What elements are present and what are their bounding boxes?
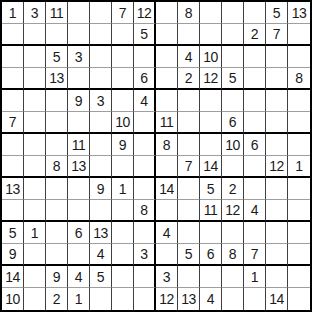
- cell-r14c6[interactable]: [112, 288, 134, 310]
- cell-r9c5[interactable]: 9: [90, 178, 112, 200]
- cell-r6c8[interactable]: 11: [156, 112, 178, 134]
- cell-r9c1[interactable]: 13: [2, 178, 24, 200]
- cell-r3c13[interactable]: [266, 46, 288, 68]
- cell-r2c3[interactable]: [46, 24, 68, 46]
- cell-r11c9[interactable]: [178, 222, 200, 244]
- cell-r9c2[interactable]: [24, 178, 46, 200]
- cell-r8c12[interactable]: [244, 156, 266, 178]
- cell-r10c10[interactable]: 11: [200, 200, 222, 222]
- cell-r7c2[interactable]: [24, 134, 46, 156]
- cell-r13c7[interactable]: [134, 266, 156, 288]
- cell-r1c9[interactable]: 8: [178, 2, 200, 24]
- cell-r1c10[interactable]: [200, 2, 222, 24]
- cell-r2c12[interactable]: 2: [244, 24, 266, 46]
- cell-r12c5[interactable]: 4: [90, 244, 112, 266]
- cell-r3c7[interactable]: [134, 46, 156, 68]
- cell-r5c10[interactable]: [200, 90, 222, 112]
- cell-r6c1[interactable]: 7: [2, 112, 24, 134]
- cell-r9c8[interactable]: 14: [156, 178, 178, 200]
- cell-r14c10[interactable]: 4: [200, 288, 222, 310]
- cell-r8c3[interactable]: 8: [46, 156, 68, 178]
- cell-r11c6[interactable]: [112, 222, 134, 244]
- cell-r6c9[interactable]: [178, 112, 200, 134]
- cell-r3c4[interactable]: 3: [68, 46, 90, 68]
- cell-r11c13[interactable]: [266, 222, 288, 244]
- cell-r10c1[interactable]: [2, 200, 24, 222]
- cell-r12c3[interactable]: [46, 244, 68, 266]
- cell-r8c13[interactable]: 12: [266, 156, 288, 178]
- cell-r6c6[interactable]: 10: [112, 112, 134, 134]
- cell-r14c2[interactable]: [24, 288, 46, 310]
- cell-r6c10[interactable]: [200, 112, 222, 134]
- cell-r13c11[interactable]: [222, 266, 244, 288]
- cell-r1c13[interactable]: 5: [266, 2, 288, 24]
- cell-r12c4[interactable]: [68, 244, 90, 266]
- cell-r6c11[interactable]: 6: [222, 112, 244, 134]
- cell-r10c6[interactable]: [112, 200, 134, 222]
- cell-r9c14[interactable]: [288, 178, 310, 200]
- cell-r4c8[interactable]: [156, 68, 178, 90]
- cell-r13c4[interactable]: 4: [68, 266, 90, 288]
- cell-r8c7[interactable]: [134, 156, 156, 178]
- cell-r8c2[interactable]: [24, 156, 46, 178]
- cell-r7c4[interactable]: 11: [68, 134, 90, 156]
- cell-r10c5[interactable]: [90, 200, 112, 222]
- cell-r10c3[interactable]: [46, 200, 68, 222]
- cell-r3c3[interactable]: 5: [46, 46, 68, 68]
- cell-r10c11[interactable]: 12: [222, 200, 244, 222]
- cell-r11c12[interactable]: [244, 222, 266, 244]
- cell-r5c5[interactable]: 3: [90, 90, 112, 112]
- cell-r2c7[interactable]: 5: [134, 24, 156, 46]
- cell-r3c9[interactable]: 4: [178, 46, 200, 68]
- cell-r14c12[interactable]: [244, 288, 266, 310]
- cell-r12c12[interactable]: 7: [244, 244, 266, 266]
- cell-r7c11[interactable]: 10: [222, 134, 244, 156]
- cell-r5c11[interactable]: [222, 90, 244, 112]
- cell-r6c3[interactable]: [46, 112, 68, 134]
- cell-r3c14[interactable]: [288, 46, 310, 68]
- cell-r1c14[interactable]: 13: [288, 2, 310, 24]
- cell-r9c10[interactable]: 5: [200, 178, 222, 200]
- cell-r9c7[interactable]: [134, 178, 156, 200]
- cell-r8c10[interactable]: 14: [200, 156, 222, 178]
- cell-r5c8[interactable]: [156, 90, 178, 112]
- cell-r12c2[interactable]: [24, 244, 46, 266]
- sudoku-board: 1311712851352753410136212589347101161198…: [0, 0, 312, 312]
- cell-r2c11[interactable]: [222, 24, 244, 46]
- cell-r7c5[interactable]: [90, 134, 112, 156]
- cell-r9c3[interactable]: [46, 178, 68, 200]
- cell-r7c3[interactable]: [46, 134, 68, 156]
- cell-r14c7[interactable]: [134, 288, 156, 310]
- cell-r2c5[interactable]: [90, 24, 112, 46]
- cell-r3c6[interactable]: [112, 46, 134, 68]
- cell-r11c7[interactable]: [134, 222, 156, 244]
- cell-r11c8[interactable]: 4: [156, 222, 178, 244]
- cell-r2c1[interactable]: [2, 24, 24, 46]
- cell-r11c10[interactable]: [200, 222, 222, 244]
- cell-r6c12[interactable]: [244, 112, 266, 134]
- cell-r10c4[interactable]: [68, 200, 90, 222]
- cell-r8c14[interactable]: 1: [288, 156, 310, 178]
- cell-r13c5[interactable]: 5: [90, 266, 112, 288]
- cell-r13c9[interactable]: [178, 266, 200, 288]
- cell-r6c5[interactable]: [90, 112, 112, 134]
- cell-r1c12[interactable]: [244, 2, 266, 24]
- cell-r2c8[interactable]: [156, 24, 178, 46]
- cell-r5c14[interactable]: [288, 90, 310, 112]
- cell-r8c11[interactable]: [222, 156, 244, 178]
- cell-r13c10[interactable]: [200, 266, 222, 288]
- cell-r13c13[interactable]: [266, 266, 288, 288]
- cell-r1c4[interactable]: [68, 2, 90, 24]
- cell-r10c2[interactable]: [24, 200, 46, 222]
- cell-r10c8[interactable]: [156, 200, 178, 222]
- cell-r4c6[interactable]: [112, 68, 134, 90]
- cell-r7c6[interactable]: 9: [112, 134, 134, 156]
- cell-r8c9[interactable]: 7: [178, 156, 200, 178]
- cell-r9c6[interactable]: 1: [112, 178, 134, 200]
- cell-r3c12[interactable]: [244, 46, 266, 68]
- cell-r7c8[interactable]: 8: [156, 134, 178, 156]
- cell-r5c3[interactable]: [46, 90, 68, 112]
- cell-r14c9[interactable]: 13: [178, 288, 200, 310]
- cell-r12c14[interactable]: [288, 244, 310, 266]
- cell-r4c4[interactable]: [68, 68, 90, 90]
- cell-r1c8[interactable]: [156, 2, 178, 24]
- cell-r13c6[interactable]: [112, 266, 134, 288]
- cell-r5c4[interactable]: 9: [68, 90, 90, 112]
- cell-r4c10[interactable]: 12: [200, 68, 222, 90]
- cell-r12c7[interactable]: 3: [134, 244, 156, 266]
- cell-r7c10[interactable]: [200, 134, 222, 156]
- cell-r14c11[interactable]: [222, 288, 244, 310]
- cell-r9c4[interactable]: [68, 178, 90, 200]
- cell-r3c5[interactable]: [90, 46, 112, 68]
- cell-r8c5[interactable]: [90, 156, 112, 178]
- cell-r4c3[interactable]: 13: [46, 68, 68, 90]
- cell-r10c7[interactable]: 8: [134, 200, 156, 222]
- cell-r7c9[interactable]: [178, 134, 200, 156]
- cell-r1c5[interactable]: [90, 2, 112, 24]
- cell-r8c4[interactable]: 13: [68, 156, 90, 178]
- cell-r9c12[interactable]: [244, 178, 266, 200]
- cell-r11c2[interactable]: 1: [24, 222, 46, 244]
- cell-r1c7[interactable]: 12: [134, 2, 156, 24]
- cell-r4c2[interactable]: [24, 68, 46, 90]
- cell-r11c5[interactable]: 13: [90, 222, 112, 244]
- cell-r11c11[interactable]: [222, 222, 244, 244]
- cell-r13c2[interactable]: [24, 266, 46, 288]
- cell-r5c7[interactable]: 4: [134, 90, 156, 112]
- cell-r7c13[interactable]: [266, 134, 288, 156]
- cell-r13c14[interactable]: [288, 266, 310, 288]
- cell-r4c14[interactable]: 8: [288, 68, 310, 90]
- cell-r1c6[interactable]: 7: [112, 2, 134, 24]
- cell-r10c14[interactable]: [288, 200, 310, 222]
- cell-r2c10[interactable]: [200, 24, 222, 46]
- cell-r4c5[interactable]: [90, 68, 112, 90]
- cell-r7c1[interactable]: [2, 134, 24, 156]
- cell-r2c4[interactable]: [68, 24, 90, 46]
- cell-r2c13[interactable]: 7: [266, 24, 288, 46]
- cell-r14c8[interactable]: 12: [156, 288, 178, 310]
- cell-r11c4[interactable]: 6: [68, 222, 90, 244]
- cell-r2c14[interactable]: [288, 24, 310, 46]
- cell-r14c1[interactable]: 10: [2, 288, 24, 310]
- cell-r9c13[interactable]: [266, 178, 288, 200]
- cell-r2c6[interactable]: [112, 24, 134, 46]
- cell-r9c11[interactable]: 2: [222, 178, 244, 200]
- cell-r5c12[interactable]: [244, 90, 266, 112]
- cell-r3c2[interactable]: [24, 46, 46, 68]
- cell-r6c14[interactable]: [288, 112, 310, 134]
- cell-r13c12[interactable]: 1: [244, 266, 266, 288]
- cell-r4c13[interactable]: [266, 68, 288, 90]
- cell-r12c13[interactable]: [266, 244, 288, 266]
- cell-r3c11[interactable]: [222, 46, 244, 68]
- cell-r13c1[interactable]: 14: [2, 266, 24, 288]
- cell-r4c9[interactable]: 2: [178, 68, 200, 90]
- cell-r1c2[interactable]: 3: [24, 2, 46, 24]
- cell-r7c12[interactable]: 6: [244, 134, 266, 156]
- cell-r4c7[interactable]: 6: [134, 68, 156, 90]
- cell-r11c14[interactable]: [288, 222, 310, 244]
- cell-r4c12[interactable]: [244, 68, 266, 90]
- cell-r10c9[interactable]: [178, 200, 200, 222]
- cell-r13c8[interactable]: 3: [156, 266, 178, 288]
- cell-r5c9[interactable]: [178, 90, 200, 112]
- cell-r14c13[interactable]: 14: [266, 288, 288, 310]
- cell-r5c1[interactable]: [2, 90, 24, 112]
- cell-r11c1[interactable]: 5: [2, 222, 24, 244]
- cell-r9c9[interactable]: [178, 178, 200, 200]
- cell-r12c1[interactable]: 9: [2, 244, 24, 266]
- cell-r12c8[interactable]: [156, 244, 178, 266]
- cell-r1c3[interactable]: 11: [46, 2, 68, 24]
- cell-r5c6[interactable]: [112, 90, 134, 112]
- cell-r8c8[interactable]: [156, 156, 178, 178]
- cell-r4c11[interactable]: 5: [222, 68, 244, 90]
- cell-r12c11[interactable]: 8: [222, 244, 244, 266]
- cell-r6c7[interactable]: [134, 112, 156, 134]
- cell-r1c11[interactable]: [222, 2, 244, 24]
- cell-r8c1[interactable]: [2, 156, 24, 178]
- cell-r13c3[interactable]: 9: [46, 266, 68, 288]
- cell-r3c10[interactable]: 10: [200, 46, 222, 68]
- cell-r2c9[interactable]: [178, 24, 200, 46]
- cell-r8c6[interactable]: [112, 156, 134, 178]
- cell-r6c2[interactable]: [24, 112, 46, 134]
- cell-r14c5[interactable]: [90, 288, 112, 310]
- cell-r14c4[interactable]: 1: [68, 288, 90, 310]
- cell-r7c14[interactable]: [288, 134, 310, 156]
- cell-r7c7[interactable]: [134, 134, 156, 156]
- cell-r3c1[interactable]: [2, 46, 24, 68]
- cell-r5c2[interactable]: [24, 90, 46, 112]
- cell-r10c13[interactable]: [266, 200, 288, 222]
- cell-r6c4[interactable]: [68, 112, 90, 134]
- cell-r1c1[interactable]: 1: [2, 2, 24, 24]
- cell-r4c1[interactable]: [2, 68, 24, 90]
- cell-r6c13[interactable]: [266, 112, 288, 134]
- cell-r10c12[interactable]: 4: [244, 200, 266, 222]
- cell-r14c14[interactable]: [288, 288, 310, 310]
- cell-r12c9[interactable]: 5: [178, 244, 200, 266]
- cell-r5c13[interactable]: [266, 90, 288, 112]
- cell-r3c8[interactable]: [156, 46, 178, 68]
- cell-r12c10[interactable]: 6: [200, 244, 222, 266]
- cell-r2c2[interactable]: [24, 24, 46, 46]
- sudoku-page: 1311712851352753410136212589347101161198…: [0, 0, 312, 320]
- cell-r14c3[interactable]: 2: [46, 288, 68, 310]
- cell-r12c6[interactable]: [112, 244, 134, 266]
- cell-r11c3[interactable]: [46, 222, 68, 244]
